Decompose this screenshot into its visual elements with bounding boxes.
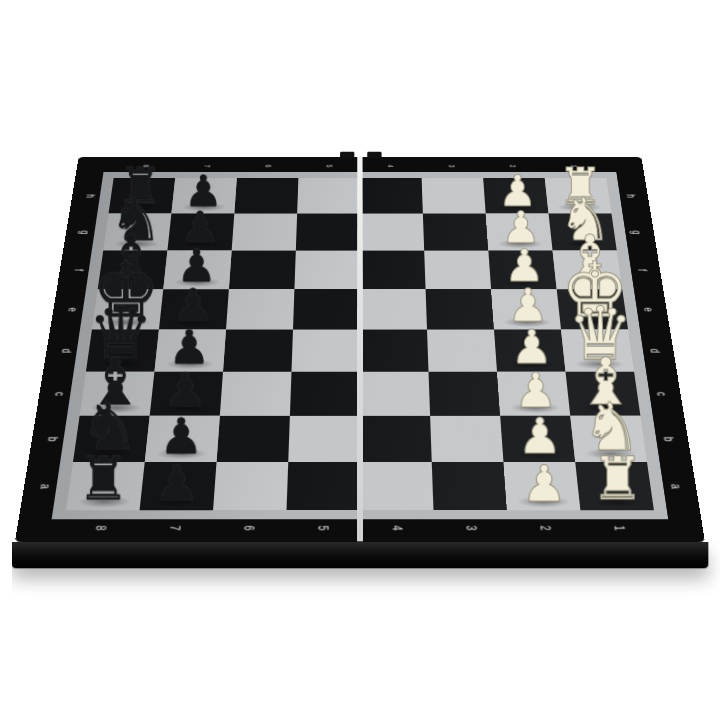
- coordinate-label: 1: [562, 149, 586, 183]
- chess-board: ♜♟♟♜♞♟♟♞♝♟♟♝♚♟♟♚♛♟♟♛♝♟♟♝♞♟♟♞♜♟♟♜ 8765432…: [15, 157, 705, 542]
- square-d6: [223, 330, 293, 372]
- piece-black-pawn: ♟: [154, 458, 199, 508]
- square-e4: [360, 289, 427, 329]
- square-b6: [217, 416, 290, 462]
- coordinate-label: 2: [501, 149, 524, 183]
- square-a7: ♟: [140, 462, 217, 510]
- square-d4: [360, 330, 429, 372]
- square-c5: [290, 372, 360, 416]
- piece-white-rook: ♜: [591, 450, 644, 509]
- square-c6: [220, 372, 292, 416]
- coordinate-label: h: [58, 190, 122, 202]
- square-a5: [287, 462, 360, 510]
- square-c3: [429, 372, 501, 416]
- coordinate-label: 5: [319, 149, 340, 183]
- square-a6: [213, 462, 288, 510]
- square-d3: [427, 330, 497, 372]
- square-e6: [226, 289, 294, 329]
- square-g3: [423, 214, 489, 251]
- square-b5: [288, 416, 360, 462]
- coordinate-label: f: [45, 264, 112, 277]
- square-a8: ♜: [66, 462, 145, 510]
- coordinate-label: 4: [380, 149, 401, 183]
- square-c4: [360, 372, 430, 416]
- square-a3: [432, 462, 507, 510]
- square-b4: [360, 416, 432, 462]
- coordinate-label: g: [603, 226, 668, 238]
- square-f4: [360, 251, 426, 290]
- square-b3: [430, 416, 503, 462]
- square-a4: [360, 462, 433, 510]
- product-photo-chess-set: ♜♟♟♜♞♟♟♞♝♟♟♝♚♟♟♚♛♟♟♛♝♟♟♝♞♟♟♞♜♟♟♜ 8765432…: [0, 0, 720, 720]
- square-f3: [424, 251, 491, 290]
- square-g4: [360, 214, 424, 251]
- square-g6: [232, 214, 298, 251]
- coordinate-label: 3: [441, 149, 463, 183]
- board-frame-front: [12, 542, 709, 569]
- coordinate-label: 7: [195, 149, 218, 183]
- coordinate-label: 8: [134, 149, 158, 183]
- piece-black-rook: ♜: [76, 450, 129, 509]
- hinge-icon: [340, 152, 355, 159]
- coordinate-label: h: [598, 190, 662, 202]
- coordinate-label: 6: [257, 149, 279, 183]
- piece-white-pawn: ♟: [521, 458, 566, 508]
- square-e5: [293, 289, 360, 329]
- square-f6: [229, 251, 296, 290]
- coordinate-label: g: [51, 226, 116, 238]
- square-e3: [426, 289, 494, 329]
- square-g5: [296, 214, 360, 251]
- board-fold-seam: [357, 156, 364, 541]
- square-a1: ♜: [575, 462, 654, 510]
- square-f5: [294, 251, 360, 290]
- square-a2: ♟: [503, 462, 580, 510]
- coordinate-label: f: [608, 264, 675, 277]
- square-d5: [291, 330, 360, 372]
